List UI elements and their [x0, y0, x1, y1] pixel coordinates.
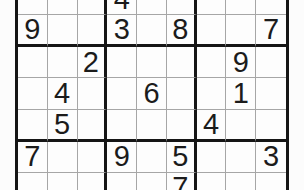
cell-r8c4[interactable] [107, 173, 137, 190]
cell-r6c3[interactable] [78, 110, 108, 142]
cell-r4c8[interactable]: 9 [226, 47, 256, 78]
cell-r7c3[interactable] [78, 142, 108, 173]
sudoku-screenshot: 49387294615479537 [0, 0, 304, 190]
cell-r3c9[interactable]: 7 [256, 15, 286, 47]
cell-r8c2[interactable] [48, 173, 78, 190]
cell-r7c1[interactable]: 7 [18, 142, 48, 173]
cell-r4c7[interactable] [197, 47, 227, 78]
cell-r4c2[interactable] [48, 47, 78, 78]
cell-r3c8[interactable] [226, 15, 256, 47]
cell-r7c6[interactable]: 5 [167, 142, 197, 173]
cell-r6c1[interactable] [18, 110, 48, 142]
cell-r4c5[interactable] [137, 47, 167, 78]
sudoku-board: 49387294615479537 [15, 0, 289, 190]
cell-r3c3[interactable] [78, 15, 108, 47]
cell-r7c2[interactable] [48, 142, 78, 173]
cell-r4c9[interactable] [256, 47, 286, 78]
cell-r5c6[interactable] [167, 78, 197, 109]
cell-r6c8[interactable] [226, 110, 256, 142]
cell-r5c4[interactable] [107, 78, 137, 109]
cell-r8c9[interactable] [256, 173, 286, 190]
cell-r5c3[interactable] [78, 78, 108, 109]
cell-r4c1[interactable] [18, 47, 48, 78]
cell-r8c7[interactable] [197, 173, 227, 190]
cell-r5c7[interactable] [197, 78, 227, 109]
cell-r6c5[interactable] [137, 110, 167, 142]
cell-r8c5[interactable] [137, 173, 167, 190]
cell-r6c6[interactable] [167, 110, 197, 142]
cell-r5c8[interactable]: 1 [226, 78, 256, 109]
cell-r3c7[interactable] [197, 15, 227, 47]
cell-r8c6[interactable]: 7 [167, 173, 197, 190]
cell-r4c3[interactable]: 2 [78, 47, 108, 78]
cell-r2c8[interactable] [226, 0, 256, 15]
cell-r7c8[interactable] [226, 142, 256, 173]
cell-r8c1[interactable] [18, 173, 48, 190]
cell-r5c1[interactable] [18, 78, 48, 109]
cell-r2c3[interactable] [78, 0, 108, 15]
cell-r8c8[interactable] [226, 173, 256, 190]
cell-r2c2[interactable] [48, 0, 78, 15]
cell-r5c9[interactable] [256, 78, 286, 109]
cell-r4c4[interactable] [107, 47, 137, 78]
cell-r7c4[interactable]: 9 [107, 142, 137, 173]
cell-r6c4[interactable] [107, 110, 137, 142]
cell-r6c9[interactable] [256, 110, 286, 142]
cell-r7c5[interactable] [137, 142, 167, 173]
cell-r2c7[interactable] [197, 0, 227, 15]
cell-r3c5[interactable] [137, 15, 167, 47]
cell-r7c7[interactable] [197, 142, 227, 173]
cell-r3c2[interactable] [48, 15, 78, 47]
cell-r4c6[interactable] [167, 47, 197, 78]
cell-r7c9[interactable]: 3 [256, 142, 286, 173]
cell-r5c2[interactable]: 4 [48, 78, 78, 109]
cell-r8c3[interactable] [78, 173, 108, 190]
cell-r3c1[interactable]: 9 [18, 15, 48, 47]
cell-r5c5[interactable]: 6 [137, 78, 167, 109]
cell-r2c5[interactable] [137, 0, 167, 15]
cell-r3c6[interactable]: 8 [167, 15, 197, 47]
cell-r6c7[interactable]: 4 [197, 110, 227, 142]
cell-r6c2[interactable]: 5 [48, 110, 78, 142]
cell-r3c4[interactable]: 3 [107, 15, 137, 47]
